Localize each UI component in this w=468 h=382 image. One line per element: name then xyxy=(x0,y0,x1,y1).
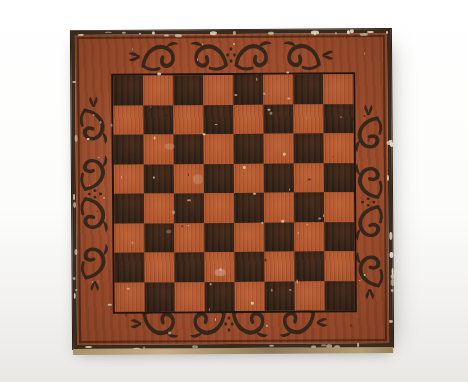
scrollwork-top-border xyxy=(127,39,335,72)
square-e7 xyxy=(233,104,263,134)
square-h2 xyxy=(324,251,354,281)
photo-background xyxy=(0,0,468,382)
square-h3 xyxy=(324,222,354,252)
square-c2 xyxy=(174,252,204,282)
square-c6 xyxy=(174,134,204,164)
scrollwork-right-border xyxy=(353,103,384,301)
square-a3 xyxy=(114,223,144,253)
square-e3 xyxy=(234,222,264,252)
square-d8 xyxy=(203,75,233,105)
checkerboard-grid xyxy=(111,72,357,314)
square-b5 xyxy=(144,164,174,194)
square-a6 xyxy=(114,135,144,165)
square-f3 xyxy=(264,222,294,252)
square-f4 xyxy=(264,193,294,223)
square-g4 xyxy=(294,192,324,222)
square-g2 xyxy=(294,251,324,281)
square-f1 xyxy=(265,281,295,311)
square-f5 xyxy=(264,163,294,193)
square-h4 xyxy=(324,192,354,222)
square-g8 xyxy=(293,74,323,104)
square-a5 xyxy=(114,164,144,194)
square-f2 xyxy=(264,252,294,282)
square-e1 xyxy=(235,281,265,311)
square-e5 xyxy=(234,163,264,193)
square-h5 xyxy=(324,163,354,193)
square-d5 xyxy=(204,163,234,193)
square-b1 xyxy=(145,282,175,312)
square-a2 xyxy=(114,253,144,283)
square-g1 xyxy=(295,281,325,311)
square-f6 xyxy=(264,134,294,164)
square-c7 xyxy=(173,105,203,135)
square-g3 xyxy=(294,222,324,252)
square-a4 xyxy=(114,194,144,224)
square-e8 xyxy=(233,75,263,105)
square-f8 xyxy=(263,75,293,105)
square-h6 xyxy=(324,133,354,163)
square-d2 xyxy=(204,252,234,282)
square-c1 xyxy=(175,282,205,312)
square-d3 xyxy=(204,222,234,252)
square-e6 xyxy=(234,134,264,164)
square-b4 xyxy=(144,193,174,223)
square-g7 xyxy=(293,104,323,134)
square-h7 xyxy=(323,104,353,134)
square-b3 xyxy=(144,223,174,253)
game-board xyxy=(71,29,393,349)
square-c4 xyxy=(174,193,204,223)
square-b2 xyxy=(144,252,174,282)
square-d4 xyxy=(204,193,234,223)
square-d7 xyxy=(203,104,233,134)
square-c5 xyxy=(174,164,204,194)
square-b8 xyxy=(143,75,173,105)
square-h8 xyxy=(323,74,353,104)
square-b6 xyxy=(144,134,174,164)
square-f7 xyxy=(263,104,293,134)
square-g6 xyxy=(294,133,324,163)
square-h1 xyxy=(325,281,355,311)
square-b7 xyxy=(143,105,173,135)
square-d1 xyxy=(205,281,235,311)
square-d6 xyxy=(204,134,234,164)
square-e4 xyxy=(234,193,264,223)
scrollwork-left-border xyxy=(78,95,109,293)
square-c8 xyxy=(173,75,203,105)
square-a8 xyxy=(113,76,143,106)
square-e2 xyxy=(234,252,264,282)
square-a7 xyxy=(113,105,143,135)
square-g5 xyxy=(294,163,324,193)
square-a1 xyxy=(115,282,145,312)
square-c3 xyxy=(174,223,204,253)
